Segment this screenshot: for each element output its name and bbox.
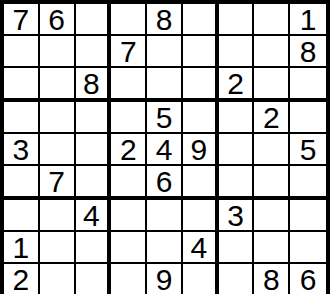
cell-r9c5[interactable]: 9 [147,264,183,294]
cell-r7c3[interactable]: 4 [76,200,112,232]
cell-r6c8[interactable] [254,166,290,200]
cell-r4c6[interactable] [183,102,219,134]
cell-r6c5[interactable]: 6 [147,166,183,200]
cell-r9c9[interactable]: 6 [290,264,326,294]
given-digit: 7 [48,167,65,197]
given-digit: 3 [227,201,244,231]
given-digit: 5 [156,103,173,133]
cell-r1c1[interactable]: 7 [4,4,40,36]
cell-r6c1[interactable] [4,166,40,200]
cell-r4c9[interactable] [290,102,326,134]
cell-r6c3[interactable] [76,166,112,200]
cell-r3c1[interactable] [4,68,40,102]
cell-r6c9[interactable] [290,166,326,200]
cell-r5c4[interactable]: 2 [111,134,147,166]
cell-r5c6[interactable]: 9 [183,134,219,166]
cell-r8c8[interactable] [254,232,290,264]
cell-r5c8[interactable] [254,134,290,166]
given-digit: 4 [83,201,100,231]
cell-r3c3[interactable]: 8 [76,68,112,102]
cell-r7c8[interactable] [254,200,290,232]
given-digit: 6 [300,265,317,294]
cell-r9c3[interactable] [76,264,112,294]
cell-r3c7[interactable]: 2 [219,68,255,102]
cell-r7c1[interactable] [4,200,40,232]
cell-r9c1[interactable]: 2 [4,264,40,294]
given-digit: 8 [263,265,280,294]
cell-r8c2[interactable] [40,232,76,264]
cell-r9c2[interactable] [40,264,76,294]
cell-r5c9[interactable]: 5 [290,134,326,166]
cell-r8c6[interactable]: 4 [183,232,219,264]
given-digit: 2 [120,135,137,165]
given-digit: 8 [83,69,100,99]
cell-r2c8[interactable] [254,36,290,68]
cell-r7c4[interactable] [111,200,147,232]
given-digit: 8 [300,37,317,67]
given-digit: 1 [13,233,30,263]
cell-r2c9[interactable]: 8 [290,36,326,68]
cell-r7c7[interactable]: 3 [219,200,255,232]
cell-r3c9[interactable] [290,68,326,102]
cell-r7c2[interactable] [40,200,76,232]
given-digit: 2 [263,103,280,133]
given-digit: 7 [120,37,137,67]
cell-r8c1[interactable]: 1 [4,232,40,264]
cell-r2c6[interactable] [183,36,219,68]
given-digit: 4 [190,233,207,263]
cell-r2c7[interactable] [219,36,255,68]
cell-r1c4[interactable] [111,4,147,36]
cell-r5c2[interactable] [40,134,76,166]
cell-r4c3[interactable] [76,102,112,134]
cell-r1c5[interactable]: 8 [147,4,183,36]
cell-r9c4[interactable] [111,264,147,294]
cell-r9c6[interactable] [183,264,219,294]
cell-r1c9[interactable]: 1 [290,4,326,36]
cell-r3c2[interactable] [40,68,76,102]
cell-r7c6[interactable] [183,200,219,232]
sudoku-board: 7681788252324957643142986 [0,0,330,294]
cell-r1c8[interactable] [254,4,290,36]
cell-r9c7[interactable] [219,264,255,294]
given-digit: 1 [300,5,317,35]
given-digit: 4 [156,135,173,165]
given-digit: 3 [13,135,30,165]
cell-r3c5[interactable] [147,68,183,102]
cell-r2c5[interactable] [147,36,183,68]
cell-r2c1[interactable] [4,36,40,68]
cell-r1c7[interactable] [219,4,255,36]
cell-r9c8[interactable]: 8 [254,264,290,294]
cell-r3c6[interactable] [183,68,219,102]
given-digit: 6 [48,5,65,35]
cell-r6c4[interactable] [111,166,147,200]
cell-r1c2[interactable]: 6 [40,4,76,36]
cell-r7c9[interactable] [290,200,326,232]
cell-r4c2[interactable] [40,102,76,134]
cell-r6c6[interactable] [183,166,219,200]
cell-r4c7[interactable] [219,102,255,134]
cell-r8c3[interactable] [76,232,112,264]
cell-r8c9[interactable] [290,232,326,264]
given-digit: 6 [156,167,173,197]
cell-r5c5[interactable]: 4 [147,134,183,166]
cell-r6c7[interactable] [219,166,255,200]
given-digit: 2 [227,69,244,99]
cell-r5c7[interactable] [219,134,255,166]
cell-r2c3[interactable] [76,36,112,68]
cell-r4c8[interactable]: 2 [254,102,290,134]
cell-r4c4[interactable] [111,102,147,134]
cell-r2c4[interactable]: 7 [111,36,147,68]
given-digit: 9 [190,135,207,165]
given-digit: 7 [13,5,30,35]
cell-r4c1[interactable] [4,102,40,134]
given-digit: 2 [13,265,30,294]
cell-r6c2[interactable]: 7 [40,166,76,200]
cell-r8c7[interactable] [219,232,255,264]
cell-r8c4[interactable] [111,232,147,264]
cell-r4c5[interactable]: 5 [147,102,183,134]
cell-r1c6[interactable] [183,4,219,36]
cell-r1c3[interactable] [76,4,112,36]
cell-r7c5[interactable] [147,200,183,232]
cell-r5c1[interactable]: 3 [4,134,40,166]
given-digit: 9 [156,265,173,294]
given-digit: 8 [156,5,173,35]
cell-r2c2[interactable] [40,36,76,68]
cell-r3c4[interactable] [111,68,147,102]
cell-r8c5[interactable] [147,232,183,264]
cell-r5c3[interactable] [76,134,112,166]
cell-r3c8[interactable] [254,68,290,102]
given-digit: 5 [300,135,317,165]
